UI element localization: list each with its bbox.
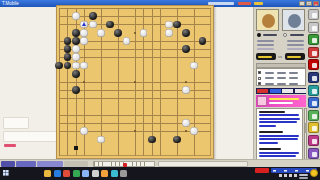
- side-icon-1[interactable]: [308, 9, 319, 20]
- panel-tab-3[interactable]: [282, 89, 293, 93]
- move-color-chip: [258, 82, 261, 85]
- white-player-time: [287, 44, 304, 46]
- ad-avatar: [257, 96, 267, 106]
- side-icon-5[interactable]: [308, 59, 319, 70]
- window-title: T.Mobile: [2, 1, 19, 6]
- white-stone: [165, 29, 173, 37]
- white-stone: [182, 86, 190, 94]
- star-point: [134, 81, 136, 83]
- taskbar-app-icon-7[interactable]: [101, 170, 108, 177]
- last-move-marker: [82, 22, 86, 26]
- titlebar-red-text: [238, 2, 251, 5]
- move-cell-value: [265, 83, 274, 85]
- white-score-pill: [285, 53, 305, 60]
- chat-text-line: [259, 148, 281, 150]
- side-icon-8-glyph: [312, 101, 317, 106]
- windows-taskbar: [0, 167, 320, 180]
- chat-text-line: [259, 138, 298, 140]
- black-stone: [148, 136, 156, 144]
- move-cell-value: [277, 72, 286, 74]
- chat-text-line: [259, 155, 296, 157]
- side-icon-11[interactable]: [308, 135, 319, 146]
- side-icon-10[interactable]: [308, 122, 319, 133]
- black-player-captures: [257, 48, 274, 50]
- side-icon-11-glyph: [312, 139, 317, 144]
- panel-tab-bar[interactable]: [256, 88, 306, 94]
- side-icon-5-glyph: [312, 63, 317, 68]
- vs-label: vs: [278, 53, 282, 60]
- taskbar-app-icon-4[interactable]: [73, 170, 80, 177]
- white-stone: [140, 29, 148, 37]
- chat-text-line: [259, 135, 299, 137]
- black-stone: [106, 21, 114, 29]
- move-list-row[interactable]: [257, 76, 307, 81]
- black-stone-icon: [257, 33, 261, 37]
- black-stone: [199, 37, 207, 45]
- black-player-avatar: [256, 9, 279, 31]
- side-icon-9[interactable]: [308, 110, 319, 121]
- black-stone: [182, 45, 190, 53]
- white-stone: [80, 29, 88, 37]
- left-info-box-1: [3, 117, 29, 129]
- star-point: [185, 81, 187, 83]
- ad-text-line-1: [269, 98, 299, 100]
- black-stone: [72, 37, 80, 45]
- taskbar-app-icon-9[interactable]: [120, 170, 127, 177]
- white-player-rank: [287, 40, 304, 42]
- chat-text-line: [259, 111, 285, 113]
- move-color-chip: [258, 77, 261, 80]
- side-icon-3-glyph: [312, 38, 317, 43]
- side-icon-6[interactable]: [308, 72, 319, 83]
- avatar-face: [262, 14, 275, 28]
- tray-icon-4[interactable]: [294, 174, 297, 177]
- white-player-avatar: [282, 9, 305, 31]
- side-icon-6-glyph: [312, 76, 317, 81]
- side-icon-12[interactable]: [308, 148, 319, 159]
- panel-tab-1[interactable]: [257, 89, 268, 93]
- side-icon-10-glyph: [312, 126, 317, 131]
- black-score-pill: [256, 53, 276, 60]
- move-cell-value: [289, 72, 298, 74]
- white-player-captures: [287, 48, 304, 50]
- white-stone: [72, 12, 80, 20]
- move-cell-value: [265, 72, 274, 74]
- taskbar-app-icon-1[interactable]: [44, 170, 51, 177]
- side-icon-1-glyph: [312, 13, 317, 18]
- taskbar-app-icon-3[interactable]: [63, 170, 70, 177]
- ad-text-line-2: [269, 102, 293, 104]
- black-stone: [72, 70, 80, 78]
- taskbar-red-button[interactable]: [255, 168, 269, 173]
- move-color-chip: [258, 71, 261, 74]
- move-cell-value: [289, 77, 298, 79]
- square-marker: [74, 146, 78, 150]
- maximize-button[interactable]: □: [306, 1, 312, 6]
- move-list[interactable]: [256, 68, 306, 86]
- taskbar-app-icon-2[interactable]: [54, 170, 61, 177]
- white-stone: [165, 21, 173, 29]
- chat-text-line: [259, 142, 278, 144]
- white-stone: [182, 119, 190, 127]
- black-stone: [114, 29, 122, 37]
- chat-scrollbar-thumb[interactable]: [305, 123, 307, 133]
- side-icon-4[interactable]: [308, 47, 319, 58]
- chat-text-line: [259, 131, 283, 133]
- white-stone: [89, 21, 97, 29]
- taskbar-app-icon-5[interactable]: [82, 170, 89, 177]
- tray-icon-3[interactable]: [289, 174, 292, 177]
- white-stone: [80, 37, 88, 45]
- move-cell-value: [289, 83, 298, 85]
- ad-banner[interactable]: [256, 95, 306, 107]
- black-stone: [72, 86, 80, 94]
- black-player-time: [257, 44, 274, 46]
- move-list-row[interactable]: [257, 81, 307, 86]
- panel-tab-2[interactable]: [270, 89, 281, 93]
- chat-log[interactable]: [256, 108, 303, 160]
- side-icon-3[interactable]: [308, 34, 319, 45]
- side-icon-12-glyph: [312, 152, 317, 157]
- chat-text-line: [259, 152, 299, 154]
- black-player-rank: [257, 40, 274, 42]
- chat-text-line: [259, 121, 297, 123]
- black-stone: [72, 29, 80, 37]
- white-player-name: [290, 34, 304, 36]
- side-icon-7-glyph: [312, 89, 317, 94]
- side-icon-9-glyph: [312, 114, 317, 119]
- chat-text-line: [259, 125, 276, 127]
- move-cell-value: [277, 83, 286, 85]
- chat-text-line: [259, 118, 300, 120]
- star-point: [134, 32, 136, 34]
- white-stone-icon: [283, 33, 287, 37]
- start-button[interactable]: [3, 170, 9, 176]
- white-stone: [72, 62, 80, 70]
- tray-icon-2[interactable]: [284, 174, 287, 177]
- black-stone: [182, 29, 190, 37]
- move-cell-value: [277, 77, 286, 79]
- close-button[interactable]: ×: [313, 1, 319, 6]
- chat-scrollbar[interactable]: [304, 108, 308, 160]
- panel-tab-4[interactable]: [295, 89, 306, 93]
- notification-bubble-icon[interactable]: [310, 169, 318, 177]
- left-red-label: [4, 144, 16, 147]
- black-player-name: [263, 34, 277, 36]
- taskbar-app-icon-8[interactable]: [111, 170, 118, 177]
- white-stone: [97, 29, 105, 37]
- move-cell-value: [265, 77, 274, 79]
- titlebar-yellow-text: [254, 2, 263, 5]
- side-icon-8[interactable]: [308, 97, 319, 108]
- go-board[interactable]: [56, 5, 214, 159]
- minimize-button[interactable]: _: [299, 1, 305, 6]
- white-stone: [123, 37, 131, 45]
- side-icon-7[interactable]: [308, 85, 319, 96]
- side-icon-2[interactable]: [308, 22, 319, 33]
- tray-icon-1[interactable]: [279, 174, 282, 177]
- white-stone: [72, 53, 80, 61]
- taskbar-app-icon-6[interactable]: [92, 170, 99, 177]
- game-info-panel: vs: [253, 7, 307, 173]
- side-icon-2-glyph: [312, 26, 317, 31]
- desktop-screen: T.Mobile _ □ × vs: [0, 0, 320, 180]
- avatar-face: [288, 14, 301, 28]
- black-stone: [89, 12, 97, 20]
- chat-text-line: [259, 114, 299, 116]
- client-bottom-bar: [0, 159, 320, 167]
- white-stone: [72, 45, 80, 53]
- black-stone: [64, 37, 72, 45]
- side-icon-4-glyph: [312, 51, 317, 56]
- move-list-row[interactable]: [257, 70, 307, 75]
